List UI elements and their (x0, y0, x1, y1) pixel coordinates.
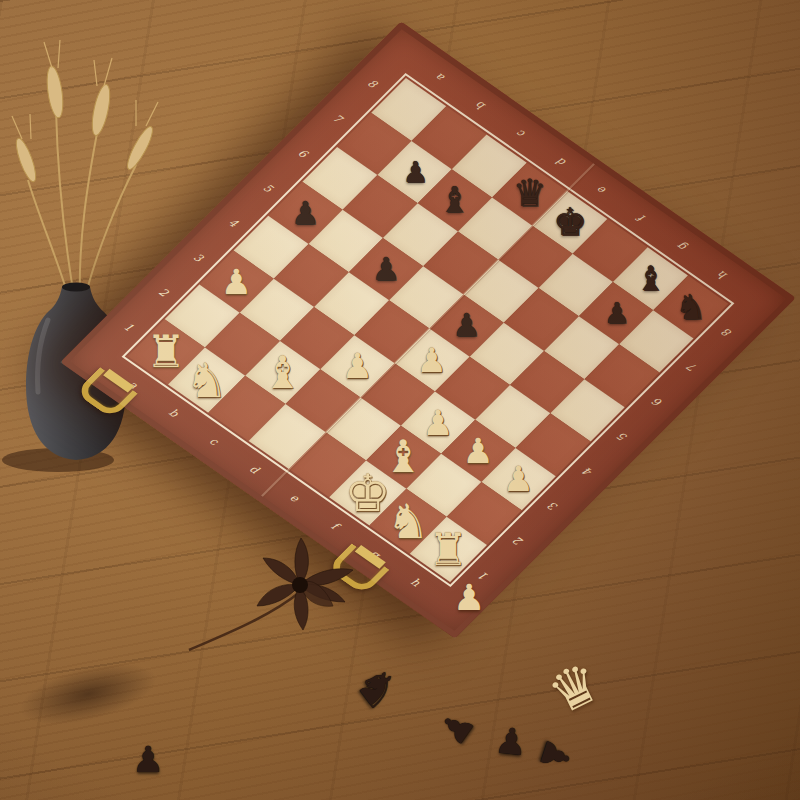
black-pawn-lying-right[interactable]: ♟ (533, 734, 577, 776)
scene: abcdefgh abcdefgh 87654321 87654321 ♛♚♝♞… (0, 0, 800, 800)
captured-pieces-layer: ♟♞♛♟♟♟♟ (0, 0, 800, 800)
black-knight-lying[interactable]: ♞ (347, 658, 409, 719)
white-queen-lying[interactable]: ♛ (540, 652, 608, 723)
black-pawn-standing-center[interactable]: ♟ (493, 722, 529, 761)
black-pawn-lying-left[interactable]: ♟ (433, 704, 481, 751)
black-pawn-standing-far-left[interactable]: ♟ (132, 742, 164, 778)
white-pawn-on-frame-corner[interactable]: ♟ (453, 580, 485, 616)
